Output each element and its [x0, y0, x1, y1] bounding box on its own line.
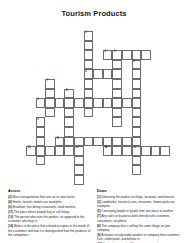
grid-cell[interactable] [84, 50, 94, 60]
clue-item: (14) Refers to the place that a brand oc… [8, 224, 93, 237]
grid-cell[interactable] [141, 50, 151, 60]
cell-number: 4 [85, 71, 86, 74]
cell-number: 5 [133, 61, 134, 64]
grid-cell[interactable] [132, 69, 142, 79]
grid-cell[interactable] [36, 146, 46, 156]
grid-cell[interactable]: 1 [84, 31, 94, 41]
grid-cell[interactable] [132, 137, 142, 147]
grid-cell[interactable] [151, 146, 161, 156]
crossword-grid[interactable]: 1423567891011121314 [26, 31, 170, 185]
grid-cell[interactable] [122, 98, 132, 108]
cell-number: 9 [37, 119, 38, 122]
cell-number: 13 [28, 147, 31, 150]
grid-cell[interactable] [84, 98, 94, 108]
clue-item: (13) The person who uses the product, as… [8, 215, 93, 224]
grid-cell[interactable] [103, 137, 113, 147]
clue-item: (9) A famous recognizable product or com… [97, 233, 182, 242]
grid-cell[interactable]: 7 [45, 79, 55, 89]
grid-cell[interactable]: 14 [103, 146, 113, 156]
grid-cell[interactable]: 13 [26, 146, 36, 156]
cell-number: 1 [85, 32, 86, 35]
crossword-page: { "game": "crossword", "title": "Tourism… [0, 0, 188, 243]
grid-cell[interactable] [141, 146, 151, 156]
down-clue-list: (1) Delivering the product to shops, loc… [97, 195, 182, 243]
across-clues-column: Across (2) Mass transportation that runs… [8, 189, 93, 238]
grid-cell[interactable] [64, 98, 74, 108]
grid-cell[interactable] [132, 98, 142, 108]
cell-number: 6 [37, 99, 38, 102]
grid-cell[interactable] [112, 60, 122, 70]
grid-cell[interactable] [64, 137, 74, 147]
grid-cell[interactable] [132, 108, 142, 118]
grid-cell[interactable] [74, 165, 84, 175]
grid-cell[interactable]: 9 [36, 117, 46, 127]
grid-cell[interactable] [45, 89, 55, 99]
grid-cell[interactable] [112, 89, 122, 99]
grid-cell[interactable] [64, 108, 74, 118]
grid-cell[interactable] [112, 117, 122, 127]
grid-cell[interactable] [93, 137, 103, 147]
across-header: Across [8, 189, 93, 194]
grid-cell[interactable] [103, 98, 113, 108]
cell-number: 12 [133, 147, 136, 150]
grid-cell[interactable] [122, 137, 132, 147]
grid-cell[interactable] [132, 117, 142, 127]
grid-cell[interactable] [160, 146, 170, 156]
grid-cell[interactable] [84, 60, 94, 70]
grid-cell[interactable]: 2 [103, 50, 113, 60]
grid-cell[interactable] [45, 146, 55, 156]
grid-cell[interactable] [84, 137, 94, 147]
grid-cell[interactable] [93, 69, 103, 79]
cell-number: 7 [47, 80, 48, 83]
grid-cell[interactable] [112, 69, 122, 79]
puzzle-title: Tourism Products [0, 9, 188, 18]
grid-cell[interactable] [132, 79, 142, 89]
clue-item: (5) Conveying people or goods from one p… [97, 209, 182, 213]
grid-cell[interactable] [112, 146, 122, 156]
grid-cell[interactable]: 4 [84, 69, 94, 79]
grid-cell[interactable]: 5 [132, 60, 142, 70]
grid-cell[interactable] [74, 175, 84, 185]
grid-cell[interactable] [122, 146, 132, 156]
grid-cell[interactable] [64, 117, 74, 127]
grid-cell[interactable] [112, 108, 122, 118]
grid-cell[interactable] [84, 79, 94, 89]
grid-cell[interactable] [132, 127, 142, 137]
grid-cell[interactable] [93, 98, 103, 108]
clue-item: (7) Any sales or business done directly … [97, 214, 182, 223]
grid-cell[interactable] [36, 156, 46, 166]
grid-cell[interactable]: 12 [132, 146, 142, 156]
cell-number: 2 [104, 51, 105, 54]
clue-item: (4) Hotels, hostels, motels are examples… [8, 200, 93, 204]
down-header: Down [97, 189, 182, 194]
down-clues-column: Down (1) Delivering the product to shops… [97, 189, 182, 243]
grid-cell[interactable] [74, 98, 84, 108]
grid-cell[interactable] [36, 137, 46, 147]
grid-cell[interactable] [112, 79, 122, 89]
grid-cell[interactable] [36, 127, 46, 137]
grid-cell[interactable] [84, 89, 94, 99]
grid-cell[interactable] [112, 137, 122, 147]
clue-item: (3) Landmarks, historical sites, museums… [97, 200, 182, 209]
grid-cell[interactable]: 11 [55, 137, 65, 147]
cell-number: 10 [76, 147, 79, 150]
clue-item: (2) Mass transportation that runs on its… [8, 195, 93, 199]
grid-cell[interactable] [122, 50, 132, 60]
grid-cell[interactable] [84, 108, 94, 118]
grid-cell[interactable]: 10 [74, 146, 84, 156]
grid-cell[interactable] [55, 98, 65, 108]
clue-item: (1) Delivering the product to shops, loc… [97, 195, 182, 199]
grid-cell[interactable] [84, 41, 94, 51]
grid-cell[interactable] [103, 69, 113, 79]
grid-cell[interactable] [132, 50, 142, 60]
grid-cell[interactable] [64, 127, 74, 137]
grid-cell[interactable]: 6 [36, 98, 46, 108]
grid-cell[interactable] [132, 89, 142, 99]
grid-cell[interactable] [74, 156, 84, 166]
grid-cell[interactable] [55, 146, 65, 156]
clue-item: (8) The company that is selling the same… [97, 224, 182, 233]
grid-cell[interactable] [45, 98, 55, 108]
cell-number: 8 [66, 90, 67, 93]
grid-cell[interactable] [74, 137, 84, 147]
grid-cell[interactable]: 3 [112, 50, 122, 60]
cell-number: 3 [114, 51, 115, 54]
cell-number: 11 [56, 138, 59, 141]
grid-cell[interactable] [132, 165, 142, 175]
cell-number: 14 [104, 147, 107, 150]
grid-cell[interactable]: 8 [64, 89, 74, 99]
clue-item: (6) Breakfast, fine dining restaurants, … [8, 205, 93, 209]
across-clue-list: (2) Mass transportation that runs on its… [8, 195, 93, 237]
clue-item: (11) The place where people buy or sell … [8, 210, 93, 214]
grid-cell[interactable] [132, 156, 142, 166]
grid-cell[interactable] [112, 98, 122, 108]
grid-cell[interactable] [45, 108, 55, 118]
grid-cell[interactable] [64, 146, 74, 156]
